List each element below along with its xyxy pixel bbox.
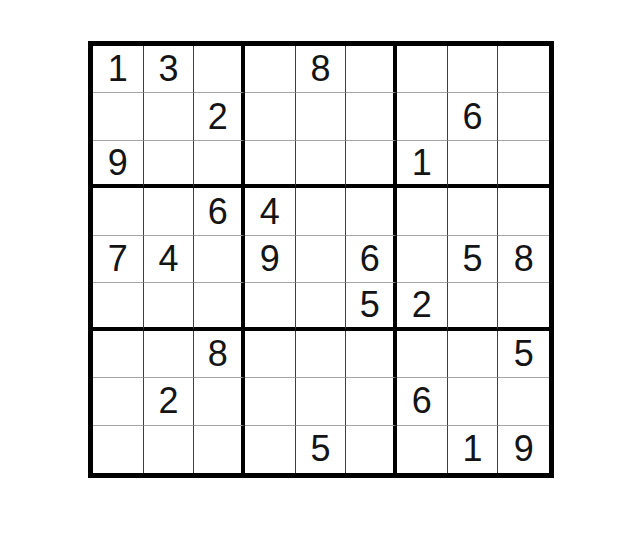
sudoku-cell[interactable] (397, 188, 448, 235)
sudoku-cell[interactable]: 8 (194, 331, 245, 378)
sudoku-cell[interactable]: 1 (448, 426, 499, 473)
sudoku-cell[interactable] (93, 378, 144, 425)
sudoku-cell[interactable] (245, 283, 296, 330)
page-background: 138269164749658528526519 (0, 0, 640, 540)
sudoku-cell[interactable]: 7 (93, 236, 144, 283)
sudoku-cell[interactable] (448, 141, 499, 188)
sudoku-cell[interactable] (448, 283, 499, 330)
sudoku-cell[interactable]: 6 (194, 188, 245, 235)
sudoku-cell[interactable] (93, 331, 144, 378)
sudoku-cell[interactable] (346, 46, 397, 93)
sudoku-cell[interactable] (194, 378, 245, 425)
sudoku-cell[interactable] (448, 378, 499, 425)
sudoku-cell[interactable]: 2 (397, 283, 448, 330)
sudoku-cell[interactable]: 2 (194, 93, 245, 140)
sudoku-cell[interactable] (296, 141, 347, 188)
sudoku-cell[interactable] (498, 188, 549, 235)
sudoku-cell[interactable] (144, 93, 195, 140)
sudoku-cell[interactable] (296, 188, 347, 235)
sudoku-cell[interactable] (498, 283, 549, 330)
sudoku-cell[interactable] (144, 331, 195, 378)
sudoku-cell[interactable]: 3 (144, 46, 195, 93)
sudoku-cell[interactable]: 9 (245, 236, 296, 283)
sudoku-cell[interactable]: 4 (144, 236, 195, 283)
sudoku-cell[interactable] (144, 426, 195, 473)
sudoku-cell[interactable] (448, 188, 499, 235)
sudoku-cell[interactable]: 1 (93, 46, 144, 93)
sudoku-cell[interactable] (194, 283, 245, 330)
sudoku-cell[interactable]: 2 (144, 378, 195, 425)
sudoku-board: 138269164749658528526519 (88, 41, 554, 478)
sudoku-cell[interactable] (448, 331, 499, 378)
sudoku-cell[interactable] (93, 188, 144, 235)
sudoku-cell[interactable] (296, 236, 347, 283)
sudoku-cell[interactable] (346, 426, 397, 473)
sudoku-cell[interactable] (397, 93, 448, 140)
sudoku-cell[interactable]: 9 (498, 426, 549, 473)
sudoku-cell[interactable] (194, 141, 245, 188)
sudoku-cell[interactable] (296, 283, 347, 330)
sudoku-cell[interactable] (194, 426, 245, 473)
sudoku-cell[interactable] (93, 93, 144, 140)
sudoku-cell[interactable] (498, 93, 549, 140)
sudoku-cell[interactable] (245, 378, 296, 425)
sudoku-cell[interactable] (93, 283, 144, 330)
sudoku-cell[interactable] (296, 93, 347, 140)
sudoku-cell[interactable] (397, 331, 448, 378)
sudoku-cell[interactable] (498, 141, 549, 188)
sudoku-cell[interactable] (194, 236, 245, 283)
sudoku-cell[interactable] (498, 46, 549, 93)
sudoku-cell[interactable]: 6 (448, 93, 499, 140)
sudoku-cell[interactable]: 4 (245, 188, 296, 235)
sudoku-cell[interactable] (397, 236, 448, 283)
sudoku-cell[interactable] (245, 331, 296, 378)
sudoku-cell[interactable] (144, 283, 195, 330)
sudoku-cell[interactable]: 1 (397, 141, 448, 188)
sudoku-cell[interactable] (346, 93, 397, 140)
sudoku-cell[interactable] (498, 378, 549, 425)
sudoku-cell[interactable] (346, 378, 397, 425)
sudoku-cell[interactable] (397, 426, 448, 473)
sudoku-cell[interactable]: 8 (296, 46, 347, 93)
sudoku-cell[interactable] (296, 378, 347, 425)
sudoku-cell[interactable] (296, 331, 347, 378)
sudoku-cell[interactable]: 5 (448, 236, 499, 283)
sudoku-cell[interactable] (245, 46, 296, 93)
sudoku-cell[interactable] (93, 426, 144, 473)
sudoku-cell[interactable]: 8 (498, 236, 549, 283)
sudoku-cell[interactable] (245, 93, 296, 140)
sudoku-cell[interactable] (346, 331, 397, 378)
sudoku-cell[interactable] (144, 188, 195, 235)
sudoku-cell[interactable]: 9 (93, 141, 144, 188)
sudoku-cell[interactable] (346, 188, 397, 235)
sudoku-cell[interactable]: 5 (498, 331, 549, 378)
sudoku-cell[interactable] (346, 141, 397, 188)
sudoku-cell[interactable]: 6 (397, 378, 448, 425)
sudoku-cell[interactable] (245, 141, 296, 188)
sudoku-cell[interactable]: 6 (346, 236, 397, 283)
sudoku-cell[interactable] (194, 46, 245, 93)
sudoku-cell[interactable] (144, 141, 195, 188)
sudoku-cell[interactable] (448, 46, 499, 93)
sudoku-cell[interactable]: 5 (296, 426, 347, 473)
sudoku-cell[interactable] (245, 426, 296, 473)
sudoku-cell[interactable]: 5 (346, 283, 397, 330)
sudoku-cell[interactable] (397, 46, 448, 93)
